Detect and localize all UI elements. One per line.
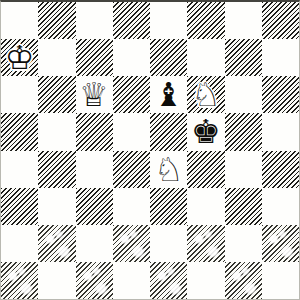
square-f7 xyxy=(187,39,224,76)
square-e8 xyxy=(150,2,187,39)
square-c4 xyxy=(76,151,113,188)
square-e6: ♝ xyxy=(150,76,187,113)
square-d6 xyxy=(113,76,150,113)
square-d5 xyxy=(113,113,150,150)
square-f3 xyxy=(187,188,224,225)
square-d4 xyxy=(113,151,150,188)
square-a3 xyxy=(1,188,38,225)
square-b7 xyxy=(38,39,75,76)
square-b4 xyxy=(38,151,75,188)
square-g3 xyxy=(225,188,262,225)
square-d8 xyxy=(113,2,150,39)
square-h4 xyxy=(262,151,299,188)
square-f6: ♞♘ xyxy=(187,76,224,113)
white-king: ♔ xyxy=(1,39,38,76)
square-a7: ♚♔ xyxy=(1,39,38,76)
white-knight: ♘ xyxy=(150,151,187,188)
square-c3 xyxy=(76,188,113,225)
square-e5 xyxy=(150,113,187,150)
square-h7 xyxy=(262,39,299,76)
square-b6 xyxy=(38,76,75,113)
square-c5 xyxy=(76,113,113,150)
square-h1 xyxy=(262,262,299,299)
square-g7 xyxy=(225,39,262,76)
square-b1 xyxy=(38,262,75,299)
square-e1 xyxy=(150,262,187,299)
square-a8 xyxy=(1,2,38,39)
square-d1 xyxy=(113,262,150,299)
white-queen: ♕ xyxy=(76,76,113,113)
square-a1 xyxy=(1,262,38,299)
square-g6 xyxy=(225,76,262,113)
chessboard: ♚♔♛♕♝♞♘♚♞♘ xyxy=(0,0,300,300)
square-g1 xyxy=(225,262,262,299)
square-c6: ♛♕ xyxy=(76,76,113,113)
square-c1 xyxy=(76,262,113,299)
black-king: ♚ xyxy=(187,113,224,150)
square-f1 xyxy=(187,262,224,299)
square-g4 xyxy=(225,151,262,188)
square-d7 xyxy=(113,39,150,76)
square-f5: ♚ xyxy=(187,113,224,150)
square-e7 xyxy=(150,39,187,76)
square-b5 xyxy=(38,113,75,150)
square-c8 xyxy=(76,2,113,39)
square-f8 xyxy=(187,2,224,39)
white-knight: ♘ xyxy=(187,76,224,113)
square-b3 xyxy=(38,188,75,225)
square-g2 xyxy=(225,225,262,262)
square-f2 xyxy=(187,225,224,262)
black-bishop: ♝ xyxy=(150,76,187,113)
square-e3 xyxy=(150,188,187,225)
square-a4 xyxy=(1,151,38,188)
square-d2 xyxy=(113,225,150,262)
square-h5 xyxy=(262,113,299,150)
square-h8 xyxy=(262,2,299,39)
square-b2 xyxy=(38,225,75,262)
square-b8 xyxy=(38,2,75,39)
square-h3 xyxy=(262,188,299,225)
square-e4: ♞♘ xyxy=(150,151,187,188)
square-c2 xyxy=(76,225,113,262)
square-h6 xyxy=(262,76,299,113)
square-g5 xyxy=(225,113,262,150)
square-g8 xyxy=(225,2,262,39)
square-f4 xyxy=(187,151,224,188)
square-d3 xyxy=(113,188,150,225)
square-a5 xyxy=(1,113,38,150)
square-a6 xyxy=(1,76,38,113)
square-h2 xyxy=(262,225,299,262)
square-c7 xyxy=(76,39,113,76)
square-e2 xyxy=(150,225,187,262)
square-a2 xyxy=(1,225,38,262)
